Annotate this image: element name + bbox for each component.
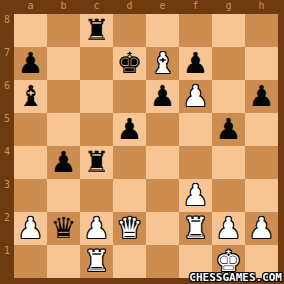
square-a1[interactable] [14,245,47,278]
square-a3[interactable] [14,179,47,212]
square-d6[interactable] [113,80,146,113]
square-e1[interactable] [146,245,179,278]
black-pawn: ♟ [47,146,80,179]
square-d7[interactable]: ♚ [113,47,146,80]
rank-label-5: 5 [0,113,14,146]
square-b5[interactable] [47,113,80,146]
square-c8[interactable]: ♜ [80,14,113,47]
square-a4[interactable] [14,146,47,179]
square-c6[interactable] [80,80,113,113]
white-pawn: ♟ [179,80,212,113]
rank-label-6: 6 [0,80,14,113]
square-c3[interactable] [80,179,113,212]
square-a7[interactable]: ♟ [14,47,47,80]
square-h8[interactable] [245,14,278,47]
square-c4[interactable]: ♜ [80,146,113,179]
black-rook: ♜ [80,14,113,47]
black-pawn: ♟ [179,47,212,80]
square-e8[interactable] [146,14,179,47]
file-label-d: d [113,0,146,14]
white-pawn: ♟ [80,212,113,245]
black-rook: ♜ [80,146,113,179]
square-e3[interactable] [146,179,179,212]
rank-label-4: 4 [0,146,14,179]
square-a2[interactable]: ♟ [14,212,47,245]
file-label-h: h [245,0,278,14]
black-queen: ♛ [47,212,80,245]
square-b2[interactable]: ♛ [47,212,80,245]
square-a8[interactable] [14,14,47,47]
square-g4[interactable] [212,146,245,179]
rank-label-2: 2 [0,212,14,245]
square-b8[interactable] [47,14,80,47]
square-h7[interactable] [245,47,278,80]
black-pawn: ♟ [212,113,245,146]
square-f5[interactable] [179,113,212,146]
square-b1[interactable] [47,245,80,278]
white-rook: ♜ [179,212,212,245]
file-label-a: a [14,0,47,14]
square-a5[interactable] [14,113,47,146]
square-c2[interactable]: ♟ [80,212,113,245]
square-b3[interactable] [47,179,80,212]
square-g7[interactable] [212,47,245,80]
watermark: CHESSGAMES.COM [189,271,282,284]
black-pawn: ♟ [146,80,179,113]
rank-labels: 87654321 [0,14,14,278]
white-bishop: ♝ [146,47,179,80]
chess-board: ♜♟♚♝♟♝♟♟♟♟♟♟♜♟♟♛♟♛♜♟♟♜♚ [14,14,278,278]
square-e5[interactable] [146,113,179,146]
white-pawn: ♟ [245,212,278,245]
white-rook: ♜ [80,245,113,278]
white-pawn: ♟ [14,212,47,245]
rank-label-3: 3 [0,179,14,212]
black-pawn: ♟ [14,47,47,80]
square-f8[interactable] [179,14,212,47]
square-g5[interactable]: ♟ [212,113,245,146]
rank-label-7: 7 [0,47,14,80]
square-g8[interactable] [212,14,245,47]
chess-board-frame: abcdefgh 87654321 ♜♟♚♝♟♝♟♟♟♟♟♟♜♟♟♛♟♛♜♟♟♜… [0,0,284,284]
black-pawn: ♟ [245,80,278,113]
file-label-c: c [80,0,113,14]
square-h4[interactable] [245,146,278,179]
square-b7[interactable] [47,47,80,80]
square-h5[interactable] [245,113,278,146]
file-label-b: b [47,0,80,14]
rank-label-1: 1 [0,245,14,278]
square-g3[interactable] [212,179,245,212]
square-c1[interactable]: ♜ [80,245,113,278]
square-f4[interactable] [179,146,212,179]
square-f2[interactable]: ♜ [179,212,212,245]
square-d4[interactable] [113,146,146,179]
white-pawn: ♟ [179,179,212,212]
square-c7[interactable] [80,47,113,80]
square-f6[interactable]: ♟ [179,80,212,113]
square-c5[interactable] [80,113,113,146]
square-e7[interactable]: ♝ [146,47,179,80]
file-label-e: e [146,0,179,14]
rank-label-8: 8 [0,14,14,47]
black-pawn: ♟ [113,113,146,146]
square-d2[interactable]: ♛ [113,212,146,245]
white-pawn: ♟ [212,212,245,245]
square-b4[interactable]: ♟ [47,146,80,179]
square-h6[interactable]: ♟ [245,80,278,113]
black-bishop: ♝ [14,80,47,113]
square-b6[interactable] [47,80,80,113]
square-h3[interactable] [245,179,278,212]
square-e2[interactable] [146,212,179,245]
square-d8[interactable] [113,14,146,47]
square-f3[interactable]: ♟ [179,179,212,212]
square-d5[interactable]: ♟ [113,113,146,146]
black-king: ♚ [113,47,146,80]
file-label-f: f [179,0,212,14]
white-queen: ♛ [113,212,146,245]
square-d1[interactable] [113,245,146,278]
square-f7[interactable]: ♟ [179,47,212,80]
square-g2[interactable]: ♟ [212,212,245,245]
square-e6[interactable]: ♟ [146,80,179,113]
square-g6[interactable] [212,80,245,113]
square-a6[interactable]: ♝ [14,80,47,113]
square-h2[interactable]: ♟ [245,212,278,245]
square-d3[interactable] [113,179,146,212]
file-label-g: g [212,0,245,14]
file-labels: abcdefgh [14,0,278,14]
square-e4[interactable] [146,146,179,179]
